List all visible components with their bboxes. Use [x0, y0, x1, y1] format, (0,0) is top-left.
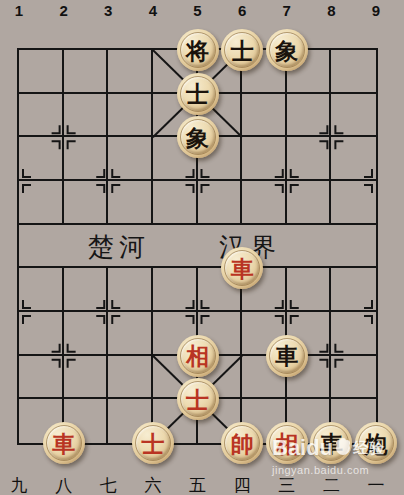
point-marker: [319, 344, 327, 352]
piece-glyph: 帥: [231, 432, 254, 455]
piece-black-advisor[interactable]: 士: [221, 29, 263, 71]
piece-black-chariot[interactable]: 車: [266, 335, 308, 377]
file-label-top: 6: [233, 2, 251, 19]
point-marker: [275, 300, 283, 308]
file-label-top: 4: [144, 2, 162, 19]
watermark-badge: 经验: [353, 439, 385, 458]
file-label-top: 5: [189, 2, 207, 19]
point-marker: [68, 141, 76, 149]
point-marker: [186, 300, 194, 308]
point-marker: [186, 316, 194, 324]
point-marker: [112, 185, 120, 193]
file-label-top: 1: [10, 2, 28, 19]
piece-glyph: 車: [231, 257, 254, 280]
file-label-top: 8: [322, 2, 340, 19]
point-marker: [68, 125, 76, 133]
piece-black-general[interactable]: 将: [177, 29, 219, 71]
point-marker: [112, 169, 120, 177]
file-label-top: 3: [99, 2, 117, 19]
file-label-bottom: 一: [365, 474, 387, 495]
piece-red-general[interactable]: 帥: [221, 422, 263, 464]
point-marker: [23, 185, 31, 193]
point-marker: [186, 185, 194, 193]
point-marker: [68, 360, 76, 368]
point-marker: [96, 169, 104, 177]
point-marker: [23, 300, 31, 308]
piece-glyph: 車: [275, 344, 298, 367]
point-marker: [23, 169, 31, 177]
file-label-top: 7: [278, 2, 296, 19]
piece-red-elephant[interactable]: 相: [177, 335, 219, 377]
file-label-bottom: 五: [187, 474, 209, 495]
file-label-bottom: 九: [8, 474, 30, 495]
point-marker: [23, 316, 31, 324]
file-label-bottom: 八: [53, 474, 75, 495]
file-label-bottom: 三: [276, 474, 298, 495]
point-marker: [335, 141, 343, 149]
point-marker: [335, 360, 343, 368]
paw-icon: [336, 441, 350, 455]
point-marker: [364, 300, 372, 308]
piece-red-advisor[interactable]: 士: [132, 422, 174, 464]
piece-glyph: 相: [186, 344, 209, 367]
point-marker: [291, 300, 299, 308]
point-marker: [319, 360, 327, 368]
point-marker: [291, 316, 299, 324]
point-marker: [96, 300, 104, 308]
point-marker: [335, 344, 343, 352]
point-marker: [52, 360, 60, 368]
point-marker: [319, 141, 327, 149]
file-label-top: 9: [367, 2, 385, 19]
point-marker: [202, 300, 210, 308]
xiangqi-diagram: 123456789 九八七六五四三二一 楚河 汉界 将士象士象車相車士車士帥相車…: [0, 0, 404, 495]
watermark: Baidu 经验 jingyan.baidu.com: [272, 435, 385, 476]
piece-red-advisor[interactable]: 士: [177, 378, 219, 420]
piece-glyph: 士: [141, 432, 164, 455]
point-marker: [202, 316, 210, 324]
point-marker: [364, 185, 372, 193]
point-marker: [112, 316, 120, 324]
point-marker: [68, 344, 76, 352]
point-marker: [319, 125, 327, 133]
piece-red-chariot[interactable]: 車: [43, 422, 85, 464]
point-marker: [52, 344, 60, 352]
file-label-top: 2: [55, 2, 73, 19]
watermark-url: jingyan.baidu.com: [272, 464, 385, 476]
piece-black-elephant[interactable]: 象: [266, 29, 308, 71]
point-marker: [275, 316, 283, 324]
file-label-bottom: 七: [97, 474, 119, 495]
point-marker: [364, 316, 372, 324]
point-marker: [52, 125, 60, 133]
piece-glyph: 士: [186, 82, 209, 105]
file-label-bottom: 六: [142, 474, 164, 495]
piece-glyph: 士: [186, 388, 209, 411]
piece-glyph: 将: [186, 39, 209, 62]
point-marker: [291, 185, 299, 193]
point-marker: [202, 169, 210, 177]
point-marker: [96, 185, 104, 193]
piece-glyph: 象: [186, 126, 209, 149]
point-marker: [364, 169, 372, 177]
point-marker: [275, 169, 283, 177]
point-marker: [275, 185, 283, 193]
point-marker: [202, 185, 210, 193]
file-label-bottom: 四: [231, 474, 253, 495]
point-marker: [291, 169, 299, 177]
piece-glyph: 士: [231, 39, 254, 62]
piece-black-elephant[interactable]: 象: [177, 116, 219, 158]
river-label-left: 楚河: [88, 229, 150, 265]
point-marker: [96, 316, 104, 324]
point-marker: [186, 169, 194, 177]
piece-black-advisor[interactable]: 士: [177, 73, 219, 115]
point-marker: [52, 141, 60, 149]
piece-glyph: 車: [52, 432, 75, 455]
point-marker: [335, 125, 343, 133]
watermark-brand: Baidu: [272, 435, 333, 461]
piece-glyph: 象: [275, 39, 298, 62]
file-label-bottom: 二: [320, 474, 342, 495]
point-marker: [112, 300, 120, 308]
